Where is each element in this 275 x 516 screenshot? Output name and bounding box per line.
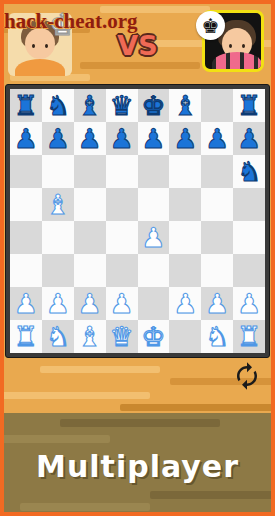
black-pawn: ♟ — [141, 125, 165, 152]
board-square-e1[interactable]: ♚ — [138, 320, 170, 353]
board-square-a7[interactable]: ♟ — [10, 122, 42, 155]
black-pawn: ♟ — [78, 125, 102, 152]
black-king-glyph: ♚ — [202, 16, 220, 36]
wood-streak — [20, 503, 150, 511]
board-square-c5[interactable] — [74, 188, 106, 221]
board-square-c4[interactable] — [74, 221, 106, 254]
refresh-icon — [232, 361, 262, 391]
board-square-b5[interactable]: ♝ — [42, 188, 74, 221]
board-square-b4[interactable] — [42, 221, 74, 254]
white-pawn: ♟ — [14, 290, 38, 317]
multiplayer-button[interactable]: Multiplayer — [0, 413, 275, 516]
black-queen: ♛ — [109, 92, 133, 119]
wood-streak — [150, 491, 275, 499]
avatar-eye — [242, 44, 245, 48]
board-square-f6[interactable] — [169, 155, 201, 188]
board-square-g7[interactable]: ♟ — [201, 122, 233, 155]
board-square-g6[interactable] — [201, 155, 233, 188]
board-square-b8[interactable]: ♞ — [42, 89, 74, 122]
board-square-b3[interactable] — [42, 254, 74, 287]
board-square-h4[interactable] — [233, 221, 265, 254]
board-square-c8[interactable]: ♝ — [74, 89, 106, 122]
board-square-b1[interactable]: ♞ — [42, 320, 74, 353]
board-square-g2[interactable]: ♟ — [201, 287, 233, 320]
white-pawn: ♟ — [109, 290, 133, 317]
chess-board: ♜♞♝♛♚♝♜♟♟♟♟♟♟♟♟♞♝♟♟♟♟♟♟♟♟♜♞♝♛♚♞♜ — [10, 89, 265, 353]
white-rook: ♜ — [14, 323, 38, 350]
board-square-f7[interactable]: ♟ — [169, 122, 201, 155]
watermark-text: hack-cheat.org — [4, 9, 138, 34]
board-square-a1[interactable]: ♜ — [10, 320, 42, 353]
board-square-d2[interactable]: ♟ — [106, 287, 138, 320]
board-square-d7[interactable]: ♟ — [106, 122, 138, 155]
board-square-a6[interactable] — [10, 155, 42, 188]
board-square-h7[interactable]: ♟ — [233, 122, 265, 155]
black-pawn: ♟ — [109, 125, 133, 152]
white-pawn: ♟ — [205, 290, 229, 317]
board-square-g5[interactable] — [201, 188, 233, 221]
avatar-shirt — [15, 59, 65, 76]
board-square-b6[interactable] — [42, 155, 74, 188]
board-square-h6[interactable]: ♞ — [233, 155, 265, 188]
black-pawn: ♟ — [46, 125, 70, 152]
wood-streak — [60, 419, 220, 427]
board-square-d3[interactable] — [106, 254, 138, 287]
board-square-d5[interactable] — [106, 188, 138, 221]
black-king: ♚ — [141, 92, 165, 119]
white-pawn: ♟ — [78, 290, 102, 317]
board-square-c2[interactable]: ♟ — [74, 287, 106, 320]
board-square-e7[interactable]: ♟ — [138, 122, 170, 155]
wood-streak — [40, 366, 160, 373]
board-square-d1[interactable]: ♛ — [106, 320, 138, 353]
board-square-e2[interactable] — [138, 287, 170, 320]
black-bishop: ♝ — [173, 92, 197, 119]
board-square-h1[interactable]: ♜ — [233, 320, 265, 353]
board-square-c6[interactable] — [74, 155, 106, 188]
board-square-f5[interactable] — [169, 188, 201, 221]
board-square-f4[interactable] — [169, 221, 201, 254]
white-bishop: ♝ — [78, 323, 102, 350]
board-square-c1[interactable]: ♝ — [74, 320, 106, 353]
avatar-eye — [229, 44, 232, 48]
white-knight: ♞ — [205, 323, 229, 350]
board-square-g3[interactable] — [201, 254, 233, 287]
board-square-d8[interactable]: ♛ — [106, 89, 138, 122]
board-square-a4[interactable] — [10, 221, 42, 254]
board-square-d4[interactable] — [106, 221, 138, 254]
board-square-c3[interactable] — [74, 254, 106, 287]
black-rook: ♜ — [14, 92, 38, 119]
board-square-b2[interactable]: ♟ — [42, 287, 74, 320]
black-pawn: ♟ — [237, 125, 261, 152]
multiplayer-label: Multiplayer — [0, 449, 275, 484]
black-knight: ♞ — [237, 158, 261, 185]
board-square-h2[interactable]: ♟ — [233, 287, 265, 320]
white-pawn: ♟ — [173, 290, 197, 317]
white-pawn: ♟ — [141, 224, 165, 251]
avatar-shirt — [212, 52, 261, 69]
chess-app-screen: ♚ VS ♚ ♜♞♝♛♚♝♜♟♟♟♟♟♟♟♟♞♝♟♟♟♟♟♟♟♟♜♞♝♛♚♞♜ … — [0, 0, 275, 516]
white-queen: ♛ — [109, 323, 133, 350]
black-pawn: ♟ — [14, 125, 38, 152]
white-pawn: ♟ — [237, 290, 261, 317]
board-square-h8[interactable]: ♜ — [233, 89, 265, 122]
board-square-b7[interactable]: ♟ — [42, 122, 74, 155]
board-square-e4[interactable]: ♟ — [138, 221, 170, 254]
black-knight: ♞ — [46, 92, 70, 119]
board-square-e5[interactable] — [138, 188, 170, 221]
board-square-e3[interactable] — [138, 254, 170, 287]
board-square-a5[interactable] — [10, 188, 42, 221]
board-square-h5[interactable] — [233, 188, 265, 221]
board-square-d6[interactable] — [106, 155, 138, 188]
board-square-a3[interactable] — [10, 254, 42, 287]
board-square-e8[interactable]: ♚ — [138, 89, 170, 122]
avatar-eye — [45, 44, 48, 48]
flip-board-button[interactable] — [232, 361, 262, 391]
board-square-g8[interactable] — [201, 89, 233, 122]
board-square-f1[interactable] — [169, 320, 201, 353]
black-pawn: ♟ — [173, 125, 197, 152]
white-king: ♚ — [141, 323, 165, 350]
board-square-g4[interactable] — [201, 221, 233, 254]
black-pawn: ♟ — [205, 125, 229, 152]
board-square-h3[interactable] — [233, 254, 265, 287]
wood-streak — [120, 404, 275, 411]
white-pawn: ♟ — [46, 290, 70, 317]
white-knight: ♞ — [46, 323, 70, 350]
board-square-f3[interactable] — [169, 254, 201, 287]
board-frame: ♜♞♝♛♚♝♜♟♟♟♟♟♟♟♟♞♝♟♟♟♟♟♟♟♟♜♞♝♛♚♞♜ — [5, 84, 270, 358]
black-bishop: ♝ — [78, 92, 102, 119]
white-bishop: ♝ — [46, 191, 70, 218]
wood-streak — [0, 392, 150, 399]
board-square-a2[interactable]: ♟ — [10, 287, 42, 320]
board-square-f2[interactable]: ♟ — [169, 287, 201, 320]
board-square-a8[interactable]: ♜ — [10, 89, 42, 122]
wood-streak — [0, 435, 110, 443]
board-square-g1[interactable]: ♞ — [201, 320, 233, 353]
black-king-icon: ♚ — [196, 11, 225, 40]
black-rook: ♜ — [237, 92, 261, 119]
white-rook: ♜ — [237, 323, 261, 350]
wood-streak — [80, 62, 200, 69]
board-square-c7[interactable]: ♟ — [74, 122, 106, 155]
board-square-f8[interactable]: ♝ — [169, 89, 201, 122]
avatar-eye — [32, 44, 35, 48]
board-square-e6[interactable] — [138, 155, 170, 188]
